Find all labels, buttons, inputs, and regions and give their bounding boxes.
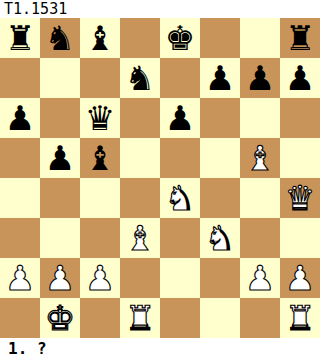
piece-white-rook: ♜	[285, 298, 315, 338]
square-g5[interactable]: ♝	[240, 138, 280, 178]
puzzle-id: T1.1531	[0, 0, 320, 18]
square-a3[interactable]	[0, 218, 40, 258]
square-b3[interactable]	[40, 218, 80, 258]
square-d4[interactable]	[120, 178, 160, 218]
square-h6[interactable]	[280, 98, 320, 138]
square-e6[interactable]: ♟	[160, 98, 200, 138]
square-e4[interactable]: ♞	[160, 178, 200, 218]
square-a1[interactable]	[0, 298, 40, 338]
square-b4[interactable]	[40, 178, 80, 218]
piece-black-bishop: ♝	[85, 138, 115, 178]
chess-board: ♜♞♝♚♜♞♟♟♟♟♛♟♟♝♝♞♛♝♞♟♟♟♟♟♚♜♜	[0, 18, 320, 338]
square-c5[interactable]: ♝	[80, 138, 120, 178]
piece-black-bishop: ♝	[85, 18, 115, 58]
piece-black-king: ♚	[165, 18, 195, 58]
square-e3[interactable]	[160, 218, 200, 258]
square-g7[interactable]: ♟	[240, 58, 280, 98]
piece-black-knight: ♞	[125, 58, 155, 98]
piece-black-rook: ♜	[285, 18, 315, 58]
square-h5[interactable]	[280, 138, 320, 178]
square-a5[interactable]	[0, 138, 40, 178]
square-f8[interactable]	[200, 18, 240, 58]
square-d7[interactable]: ♞	[120, 58, 160, 98]
square-h7[interactable]: ♟	[280, 58, 320, 98]
square-a7[interactable]	[0, 58, 40, 98]
piece-white-queen: ♛	[285, 178, 315, 218]
square-g6[interactable]	[240, 98, 280, 138]
square-e5[interactable]	[160, 138, 200, 178]
piece-black-pawn: ♟	[285, 58, 315, 98]
square-f6[interactable]	[200, 98, 240, 138]
square-g3[interactable]	[240, 218, 280, 258]
square-a4[interactable]	[0, 178, 40, 218]
square-h3[interactable]	[280, 218, 320, 258]
piece-white-bishop: ♝	[125, 218, 155, 258]
piece-black-queen: ♛	[85, 98, 115, 138]
piece-white-rook: ♜	[125, 298, 155, 338]
square-c4[interactable]	[80, 178, 120, 218]
square-g8[interactable]	[240, 18, 280, 58]
square-f4[interactable]	[200, 178, 240, 218]
piece-white-pawn: ♟	[245, 258, 275, 298]
piece-black-pawn: ♟	[165, 98, 195, 138]
square-b1[interactable]: ♚	[40, 298, 80, 338]
piece-white-pawn: ♟	[285, 258, 315, 298]
square-e7[interactable]	[160, 58, 200, 98]
square-b6[interactable]	[40, 98, 80, 138]
piece-white-king: ♚	[45, 298, 75, 338]
piece-white-knight: ♞	[165, 178, 195, 218]
piece-white-pawn: ♟	[45, 258, 75, 298]
piece-black-pawn: ♟	[5, 98, 35, 138]
square-a2[interactable]: ♟	[0, 258, 40, 298]
square-e2[interactable]	[160, 258, 200, 298]
square-c2[interactable]: ♟	[80, 258, 120, 298]
square-b2[interactable]: ♟	[40, 258, 80, 298]
square-d6[interactable]	[120, 98, 160, 138]
square-b5[interactable]: ♟	[40, 138, 80, 178]
square-f2[interactable]	[200, 258, 240, 298]
square-c6[interactable]: ♛	[80, 98, 120, 138]
square-e8[interactable]: ♚	[160, 18, 200, 58]
square-d8[interactable]	[120, 18, 160, 58]
square-g4[interactable]	[240, 178, 280, 218]
piece-black-pawn: ♟	[45, 138, 75, 178]
square-f1[interactable]	[200, 298, 240, 338]
square-e1[interactable]	[160, 298, 200, 338]
piece-white-knight: ♞	[205, 218, 235, 258]
square-b8[interactable]: ♞	[40, 18, 80, 58]
piece-black-pawn: ♟	[245, 58, 275, 98]
square-f7[interactable]: ♟	[200, 58, 240, 98]
piece-black-pawn: ♟	[205, 58, 235, 98]
square-a6[interactable]: ♟	[0, 98, 40, 138]
piece-black-rook: ♜	[5, 18, 35, 58]
square-c8[interactable]: ♝	[80, 18, 120, 58]
piece-white-pawn: ♟	[5, 258, 35, 298]
square-g2[interactable]: ♟	[240, 258, 280, 298]
square-a8[interactable]: ♜	[0, 18, 40, 58]
square-d3[interactable]: ♝	[120, 218, 160, 258]
square-f3[interactable]: ♞	[200, 218, 240, 258]
piece-black-knight: ♞	[45, 18, 75, 58]
piece-white-bishop: ♝	[245, 138, 275, 178]
square-f5[interactable]	[200, 138, 240, 178]
square-h4[interactable]: ♛	[280, 178, 320, 218]
square-d5[interactable]	[120, 138, 160, 178]
square-h8[interactable]: ♜	[280, 18, 320, 58]
square-h1[interactable]: ♜	[280, 298, 320, 338]
square-c7[interactable]	[80, 58, 120, 98]
move-prompt: 1. ?	[0, 338, 320, 360]
square-d1[interactable]: ♜	[120, 298, 160, 338]
square-d2[interactable]	[120, 258, 160, 298]
square-g1[interactable]	[240, 298, 280, 338]
square-c3[interactable]	[80, 218, 120, 258]
chess-puzzle-app: T1.1531 ♜♞♝♚♜♞♟♟♟♟♛♟♟♝♝♞♛♝♞♟♟♟♟♟♚♜♜ 1. ?	[0, 0, 320, 360]
square-c1[interactable]	[80, 298, 120, 338]
square-h2[interactable]: ♟	[280, 258, 320, 298]
square-b7[interactable]	[40, 58, 80, 98]
piece-white-pawn: ♟	[85, 258, 115, 298]
